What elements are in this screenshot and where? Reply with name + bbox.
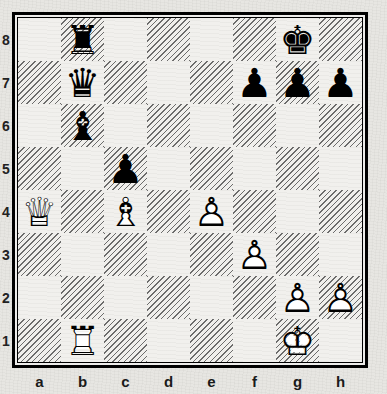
piece-white-pawn-f3: ♟♙	[233, 233, 276, 276]
rank-label-2: 2	[0, 276, 12, 319]
square-f1	[233, 319, 276, 362]
piece-black-king-g8: ♚	[276, 18, 319, 61]
square-h3	[319, 233, 362, 276]
piece-white-rook-b1: ♜♖	[61, 319, 104, 362]
square-a1	[18, 319, 61, 362]
square-h5	[319, 147, 362, 190]
square-g5	[276, 147, 319, 190]
square-c3	[104, 233, 147, 276]
square-c5: ♟	[104, 147, 147, 190]
square-b4	[61, 190, 104, 233]
piece-black-bishop-b6: ♝	[61, 104, 104, 147]
piece-glyph: ♙	[194, 192, 230, 232]
square-g6	[276, 104, 319, 147]
square-a8	[18, 18, 61, 61]
square-c1	[104, 319, 147, 362]
square-b1: ♜♖	[61, 319, 104, 362]
piece-glyph: ♟	[280, 63, 316, 103]
square-a2	[18, 276, 61, 319]
piece-glyph: ♚	[280, 20, 316, 60]
square-f2	[233, 276, 276, 319]
square-f8	[233, 18, 276, 61]
square-f6	[233, 104, 276, 147]
piece-white-queen-a4: ♛♕	[18, 190, 61, 233]
file-label-h: h	[319, 369, 362, 393]
square-f4	[233, 190, 276, 233]
square-b8: ♜	[61, 18, 104, 61]
square-g8: ♚	[276, 18, 319, 61]
square-e7	[190, 61, 233, 104]
file-label-f: f	[233, 369, 276, 393]
piece-white-pawn-e4: ♟♙	[190, 190, 233, 233]
square-h4	[319, 190, 362, 233]
piece-white-bishop-c4: ♝♗	[104, 190, 147, 233]
square-c6	[104, 104, 147, 147]
piece-black-pawn-c5: ♟	[104, 147, 147, 190]
square-g4	[276, 190, 319, 233]
square-d3	[147, 233, 190, 276]
rank-label-1: 1	[0, 319, 12, 362]
rank-label-8: 8	[0, 18, 12, 61]
square-e3	[190, 233, 233, 276]
piece-glyph: ♙	[237, 235, 273, 275]
square-g7: ♟	[276, 61, 319, 104]
square-c2	[104, 276, 147, 319]
square-e4: ♟♙	[190, 190, 233, 233]
square-c8	[104, 18, 147, 61]
square-a5	[18, 147, 61, 190]
piece-black-pawn-f7: ♟	[233, 61, 276, 104]
square-e1	[190, 319, 233, 362]
square-b3	[61, 233, 104, 276]
square-g2: ♟♙	[276, 276, 319, 319]
square-h1	[319, 319, 362, 362]
square-h6	[319, 104, 362, 147]
square-d8	[147, 18, 190, 61]
piece-glyph: ♟	[108, 149, 144, 189]
square-b7: ♛	[61, 61, 104, 104]
rank-label-7: 7	[0, 61, 12, 104]
piece-white-king-g1: ♚♔	[276, 319, 319, 362]
square-a7	[18, 61, 61, 104]
file-label-e: e	[190, 369, 233, 393]
piece-glyph: ♝	[65, 106, 101, 146]
piece-black-pawn-h7: ♟	[319, 61, 362, 104]
square-e2	[190, 276, 233, 319]
square-e5	[190, 147, 233, 190]
square-g1: ♚♔	[276, 319, 319, 362]
square-d5	[147, 147, 190, 190]
piece-white-pawn-h2: ♟♙	[319, 276, 362, 319]
square-f5	[233, 147, 276, 190]
square-g3	[276, 233, 319, 276]
piece-glyph: ♔	[280, 321, 316, 361]
rank-label-5: 5	[0, 147, 12, 190]
file-label-g: g	[276, 369, 319, 393]
piece-black-queen-b7: ♛	[61, 61, 104, 104]
square-b5	[61, 147, 104, 190]
rank-label-4: 4	[0, 190, 12, 233]
square-d7	[147, 61, 190, 104]
rank-label-6: 6	[0, 104, 12, 147]
square-b2	[61, 276, 104, 319]
piece-glyph: ♗	[108, 192, 144, 232]
square-d4	[147, 190, 190, 233]
square-c7	[104, 61, 147, 104]
file-label-c: c	[104, 369, 147, 393]
square-h2: ♟♙	[319, 276, 362, 319]
square-b6: ♝	[61, 104, 104, 147]
chess-diagram: 87654321 ♜♚♛♟♟♟♝♟♛♕♝♗♟♙♟♙♟♙♟♙♜♖♚♔ abcdef…	[0, 0, 387, 394]
piece-black-rook-b8: ♜	[61, 18, 104, 61]
square-c4: ♝♗	[104, 190, 147, 233]
square-a6	[18, 104, 61, 147]
piece-glyph: ♟	[237, 63, 273, 103]
square-e6	[190, 104, 233, 147]
piece-black-pawn-g7: ♟	[276, 61, 319, 104]
square-h7: ♟	[319, 61, 362, 104]
piece-glyph: ♟	[323, 63, 359, 103]
piece-glyph: ♙	[280, 278, 316, 318]
square-e8	[190, 18, 233, 61]
piece-glyph: ♖	[65, 321, 101, 361]
piece-glyph: ♙	[323, 278, 359, 318]
square-a3	[18, 233, 61, 276]
square-d2	[147, 276, 190, 319]
piece-glyph: ♜	[65, 20, 101, 60]
square-f7: ♟	[233, 61, 276, 104]
piece-glyph: ♕	[22, 192, 58, 232]
square-f3: ♟♙	[233, 233, 276, 276]
file-label-a: a	[18, 369, 61, 393]
rank-label-3: 3	[0, 233, 12, 276]
board-frame: ♜♚♛♟♟♟♝♟♛♕♝♗♟♙♟♙♟♙♟♙♜♖♚♔	[12, 12, 368, 368]
chess-board: ♜♚♛♟♟♟♝♟♛♕♝♗♟♙♟♙♟♙♟♙♜♖♚♔	[17, 17, 363, 363]
file-label-b: b	[61, 369, 104, 393]
square-a4: ♛♕	[18, 190, 61, 233]
file-label-d: d	[147, 369, 190, 393]
piece-glyph: ♛	[65, 63, 101, 103]
square-h8	[319, 18, 362, 61]
square-d1	[147, 319, 190, 362]
square-d6	[147, 104, 190, 147]
piece-white-pawn-g2: ♟♙	[276, 276, 319, 319]
